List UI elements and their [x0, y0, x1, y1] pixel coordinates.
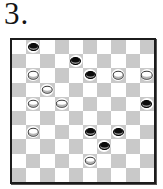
black-man-piece[interactable]: [113, 128, 124, 136]
board-square[interactable]: [40, 68, 54, 82]
board-square[interactable]: [69, 154, 83, 168]
board-square[interactable]: [97, 83, 111, 97]
board-square[interactable]: [40, 97, 54, 111]
board-square[interactable]: [97, 68, 111, 82]
board-square[interactable]: [40, 168, 54, 182]
board-square[interactable]: [12, 68, 26, 82]
board-square[interactable]: [12, 40, 26, 54]
piece-halo: [27, 69, 40, 81]
board-square[interactable]: [126, 125, 140, 139]
board-square[interactable]: [111, 40, 125, 54]
board-square[interactable]: [83, 125, 97, 139]
board-square[interactable]: [69, 83, 83, 97]
board-square[interactable]: [126, 168, 140, 182]
board-square[interactable]: [140, 111, 154, 125]
board-square[interactable]: [83, 97, 97, 111]
board-square[interactable]: [126, 139, 140, 153]
board-square[interactable]: [26, 168, 40, 182]
board-square[interactable]: [83, 54, 97, 68]
board-square[interactable]: [126, 54, 140, 68]
piece-halo: [55, 98, 68, 110]
white-man-piece[interactable]: [28, 128, 40, 137]
board-square[interactable]: [12, 139, 26, 153]
board-square[interactable]: [111, 54, 125, 68]
board-square[interactable]: [26, 111, 40, 125]
board-square[interactable]: [83, 139, 97, 153]
board-square[interactable]: [140, 54, 154, 68]
white-man-piece[interactable]: [84, 156, 96, 165]
board-square[interactable]: [69, 111, 83, 125]
board-square[interactable]: [140, 139, 154, 153]
board-square[interactable]: [26, 68, 40, 82]
board-square[interactable]: [26, 40, 40, 54]
board-square[interactable]: [140, 125, 154, 139]
board-square[interactable]: [83, 168, 97, 182]
white-man-piece[interactable]: [42, 85, 54, 94]
board-square[interactable]: [26, 97, 40, 111]
white-man-piece[interactable]: [141, 71, 153, 80]
board-square[interactable]: [55, 125, 69, 139]
board-square[interactable]: [40, 125, 54, 139]
board-square[interactable]: [126, 97, 140, 111]
board-square[interactable]: [140, 168, 154, 182]
board-square[interactable]: [111, 68, 125, 82]
board-square[interactable]: [111, 125, 125, 139]
board-square[interactable]: [111, 139, 125, 153]
board-square[interactable]: [140, 97, 154, 111]
board-square[interactable]: [55, 40, 69, 54]
board-square[interactable]: [26, 54, 40, 68]
black-man-piece[interactable]: [85, 128, 96, 136]
board-square[interactable]: [97, 40, 111, 54]
board-square[interactable]: [55, 83, 69, 97]
board-square[interactable]: [26, 154, 40, 168]
black-man-piece[interactable]: [141, 100, 152, 108]
board-square[interactable]: [55, 97, 69, 111]
board-square[interactable]: [69, 139, 83, 153]
board-square[interactable]: [83, 83, 97, 97]
board-square[interactable]: [111, 111, 125, 125]
board-square[interactable]: [26, 83, 40, 97]
piece-halo: [84, 126, 97, 138]
board-square[interactable]: [111, 154, 125, 168]
draughts-board: [10, 38, 156, 184]
piece-halo: [98, 140, 111, 152]
board-square[interactable]: [97, 97, 111, 111]
board-square[interactable]: [140, 83, 154, 97]
board-square[interactable]: [126, 68, 140, 82]
piece-halo: [140, 69, 153, 81]
board-square[interactable]: [40, 111, 54, 125]
board-square[interactable]: [126, 40, 140, 54]
board-square[interactable]: [97, 54, 111, 68]
board-square[interactable]: [83, 40, 97, 54]
board-square[interactable]: [55, 154, 69, 168]
white-man-piece[interactable]: [28, 100, 40, 109]
board-square[interactable]: [55, 168, 69, 182]
board-square[interactable]: [40, 139, 54, 153]
board-square[interactable]: [97, 168, 111, 182]
board-square[interactable]: [126, 83, 140, 97]
board-square[interactable]: [69, 68, 83, 82]
white-man-piece[interactable]: [113, 71, 125, 80]
board-square[interactable]: [140, 68, 154, 82]
piece-halo: [41, 84, 54, 96]
board-square[interactable]: [55, 68, 69, 82]
diagram-page: 3.: [0, 0, 163, 189]
board-square[interactable]: [26, 125, 40, 139]
board-square[interactable]: [69, 168, 83, 182]
board-square[interactable]: [111, 97, 125, 111]
board-square[interactable]: [55, 54, 69, 68]
board-square[interactable]: [12, 168, 26, 182]
board-square[interactable]: [140, 154, 154, 168]
board-square[interactable]: [126, 111, 140, 125]
board-square[interactable]: [140, 40, 154, 54]
board-square[interactable]: [97, 125, 111, 139]
board-square[interactable]: [26, 139, 40, 153]
board-square[interactable]: [83, 68, 97, 82]
white-man-piece[interactable]: [56, 100, 68, 109]
board-square[interactable]: [40, 83, 54, 97]
board-square[interactable]: [83, 154, 97, 168]
white-man-piece[interactable]: [28, 71, 40, 80]
board-square[interactable]: [40, 154, 54, 168]
board-square[interactable]: [12, 111, 26, 125]
piece-halo: [112, 69, 125, 81]
board-square[interactable]: [55, 111, 69, 125]
board-square[interactable]: [126, 154, 140, 168]
black-man-piece[interactable]: [99, 142, 110, 150]
board-square[interactable]: [69, 97, 83, 111]
piece-halo: [27, 41, 40, 53]
black-man-piece[interactable]: [28, 43, 39, 51]
board-square[interactable]: [55, 139, 69, 153]
board-square[interactable]: [69, 40, 83, 54]
piece-halo: [69, 55, 82, 67]
board-square[interactable]: [97, 154, 111, 168]
piece-halo: [112, 126, 125, 138]
black-man-piece[interactable]: [85, 71, 96, 79]
board-square[interactable]: [83, 111, 97, 125]
board-square[interactable]: [69, 54, 83, 68]
board-square[interactable]: [12, 154, 26, 168]
board-square[interactable]: [12, 54, 26, 68]
board-square[interactable]: [69, 125, 83, 139]
board-square[interactable]: [40, 40, 54, 54]
piece-halo: [27, 126, 40, 138]
black-man-piece[interactable]: [70, 57, 81, 65]
piece-halo: [84, 69, 97, 81]
piece-halo: [27, 98, 40, 110]
board-square[interactable]: [97, 139, 111, 153]
board-square[interactable]: [111, 83, 125, 97]
board-square[interactable]: [12, 83, 26, 97]
puzzle-number: 3.: [4, 0, 29, 32]
board-square[interactable]: [97, 111, 111, 125]
piece-halo: [84, 155, 97, 167]
board-square[interactable]: [40, 54, 54, 68]
board-square[interactable]: [12, 125, 26, 139]
piece-halo: [140, 98, 153, 110]
board-square[interactable]: [111, 168, 125, 182]
board-square[interactable]: [12, 97, 26, 111]
